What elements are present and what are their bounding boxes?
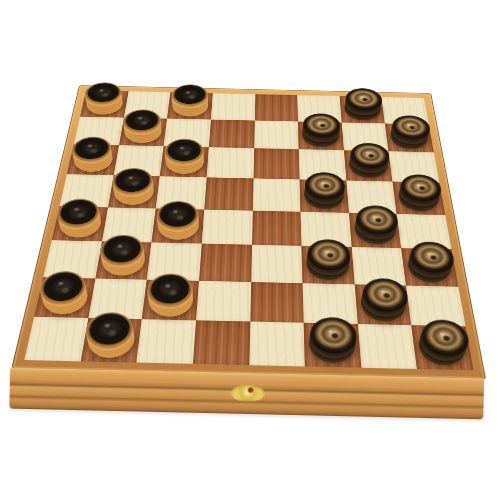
board-perspective-viewport [11, 0, 497, 379]
square-r7c7[interactable] [355, 284, 412, 325]
brass-clasp [231, 385, 265, 403]
light-checker[interactable] [84, 93, 124, 116]
light-checker[interactable] [71, 147, 114, 173]
square-r2c4[interactable] [209, 119, 255, 148]
light-checker[interactable] [147, 283, 194, 317]
square-r7c1[interactable] [34, 277, 95, 318]
square-r1c5[interactable] [254, 94, 298, 121]
square-r6c2[interactable] [95, 241, 152, 279]
square-r4c6[interactable] [300, 179, 349, 212]
dark-checker[interactable] [304, 182, 345, 210]
square-r8c3[interactable] [137, 319, 196, 363]
square-r7c4[interactable] [196, 281, 251, 322]
square-r8c6[interactable] [304, 323, 361, 368]
light-checker[interactable] [123, 120, 163, 144]
square-r8c8[interactable] [412, 326, 474, 371]
square-r2c5[interactable] [254, 120, 299, 149]
dark-checker[interactable] [359, 288, 406, 322]
dark-checker[interactable] [389, 126, 429, 150]
square-r3c3[interactable] [160, 146, 209, 177]
square-r8c4[interactable] [193, 321, 250, 366]
dark-checker[interactable] [302, 124, 340, 148]
square-r5c4[interactable] [202, 209, 253, 245]
dark-checker[interactable] [343, 98, 381, 121]
square-r3c4[interactable] [207, 147, 254, 178]
square-r5c7[interactable] [349, 213, 402, 249]
checkers-board [11, 85, 486, 379]
dark-checker[interactable] [406, 251, 453, 283]
square-r6c5[interactable] [251, 245, 303, 283]
square-r2c2[interactable] [119, 117, 168, 146]
light-checker[interactable] [171, 94, 209, 117]
light-checker[interactable] [57, 209, 104, 238]
square-r4c4[interactable] [204, 177, 253, 210]
light-checker[interactable] [40, 281, 91, 315]
light-checker[interactable] [112, 178, 155, 205]
square-r7c3[interactable] [142, 280, 199, 321]
square-r8c5[interactable] [249, 322, 305, 367]
dark-checker[interactable] [417, 329, 468, 366]
checkers-box-scene [0, 0, 500, 500]
square-r8c7[interactable] [358, 324, 418, 369]
square-r1c1[interactable] [80, 90, 128, 117]
square-r3c7[interactable] [344, 150, 393, 181]
square-r8c1[interactable] [24, 317, 88, 361]
square-r1c4[interactable] [211, 93, 255, 120]
square-r6c4[interactable] [199, 244, 252, 282]
dark-checker[interactable] [309, 327, 357, 364]
square-r8c2[interactable] [80, 318, 142, 362]
light-checker[interactable] [156, 211, 200, 240]
light-checker[interactable] [164, 149, 204, 175]
square-r1c7[interactable] [339, 96, 385, 123]
square-r2c8[interactable] [385, 123, 434, 152]
light-checker[interactable] [100, 245, 147, 277]
photo-canvas [0, 0, 500, 500]
square-r1c3[interactable] [167, 92, 213, 119]
dark-checker[interactable] [353, 216, 397, 246]
square-r4c5[interactable] [252, 178, 300, 211]
square-r6c8[interactable] [402, 248, 459, 286]
square-r5c3[interactable] [152, 208, 205, 243]
light-checker[interactable] [86, 322, 137, 359]
square-r3c1[interactable] [67, 144, 119, 175]
dark-checker[interactable] [397, 184, 441, 212]
dark-checker[interactable] [348, 153, 389, 179]
square-r2c6[interactable] [298, 121, 344, 150]
square-r4c2[interactable] [108, 175, 160, 208]
dark-checker[interactable] [306, 249, 350, 281]
square-r7c5[interactable] [250, 282, 304, 323]
square-r4c8[interactable] [393, 182, 445, 215]
square-r6c6[interactable] [302, 246, 355, 284]
square-r5c5[interactable] [252, 210, 302, 246]
square-r3c5[interactable] [253, 148, 300, 179]
square-r5c1[interactable] [52, 206, 108, 241]
